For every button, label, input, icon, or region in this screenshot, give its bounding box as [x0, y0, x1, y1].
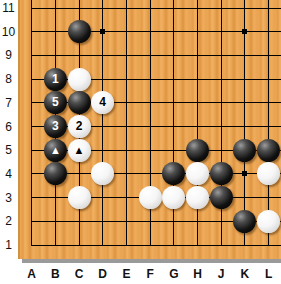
black-stone: 5 — [44, 91, 67, 114]
intersection-C10[interactable] — [67, 20, 91, 44]
intersection-E11[interactable] — [115, 0, 139, 20]
intersection-D5[interactable] — [91, 138, 115, 162]
intersection-K3[interactable] — [233, 186, 257, 210]
intersection-F6[interactable] — [138, 115, 162, 139]
intersection-D9[interactable] — [91, 43, 115, 67]
black-stone — [210, 162, 233, 185]
col-label-A: A — [24, 266, 40, 282]
intersection-L2[interactable] — [257, 209, 281, 233]
intersection-J4[interactable] — [209, 162, 233, 186]
white-stone — [186, 186, 209, 209]
intersection-K4[interactable] — [233, 162, 257, 186]
intersection-H9[interactable] — [186, 43, 210, 67]
row-label-3: 3 — [0, 190, 17, 206]
intersection-J5[interactable] — [209, 138, 233, 162]
intersection-K10[interactable] — [233, 20, 257, 44]
col-label-E: E — [118, 266, 134, 282]
intersection-H4[interactable] — [186, 162, 210, 186]
intersection-D7[interactable]: 4 — [91, 91, 115, 115]
move-number: 3 — [52, 115, 59, 138]
row-label-7: 7 — [0, 95, 17, 111]
intersection-C9[interactable] — [67, 43, 91, 67]
intersection-L10[interactable] — [257, 20, 281, 44]
intersection-E10[interactable] — [115, 20, 139, 44]
intersection-G2[interactable] — [162, 209, 186, 233]
intersection-J11[interactable] — [209, 0, 233, 20]
white-stone — [139, 186, 162, 209]
intersection-D10[interactable] — [91, 20, 115, 44]
intersection-H1[interactable] — [186, 233, 210, 257]
intersection-D6[interactable] — [91, 115, 115, 139]
white-stone — [257, 162, 280, 185]
white-stone — [91, 162, 114, 185]
intersection-E1[interactable] — [115, 233, 139, 257]
intersection-L4[interactable] — [257, 162, 281, 186]
intersection-L9[interactable] — [257, 43, 281, 67]
row-label-11: 11 — [0, 0, 17, 16]
intersection-L8[interactable] — [257, 67, 281, 91]
intersection-G10[interactable] — [162, 20, 186, 44]
intersection-B8[interactable]: 1 — [43, 67, 67, 91]
intersection-A8[interactable] — [20, 67, 44, 91]
col-label-B: B — [47, 266, 63, 282]
white-stone — [162, 186, 185, 209]
black-stone: 1 — [44, 68, 67, 91]
col-label-H: H — [190, 266, 206, 282]
col-label-D: D — [95, 266, 111, 282]
intersection-J9[interactable] — [209, 43, 233, 67]
intersection-H10[interactable] — [186, 20, 210, 44]
intersection-F9[interactable] — [138, 43, 162, 67]
intersection-B7[interactable]: 5 — [43, 91, 67, 115]
white-stone — [68, 186, 91, 209]
intersection-J2[interactable] — [209, 209, 233, 233]
intersection-F11[interactable] — [138, 0, 162, 20]
row-label-4: 4 — [0, 166, 17, 182]
intersection-G6[interactable] — [162, 115, 186, 139]
black-stone — [257, 139, 280, 162]
black-stone — [44, 162, 67, 185]
black-stone — [233, 139, 256, 162]
intersection-J10[interactable] — [209, 20, 233, 44]
move-number: 5 — [52, 91, 59, 114]
black-stone — [68, 91, 91, 114]
intersection-J3[interactable] — [209, 186, 233, 210]
row-label-2: 2 — [0, 213, 17, 229]
intersection-D4[interactable] — [91, 162, 115, 186]
intersection-G4[interactable] — [162, 162, 186, 186]
intersection-C6[interactable]: 2 — [67, 115, 91, 139]
row-label-1: 1 — [0, 237, 17, 253]
intersection-F3[interactable] — [138, 186, 162, 210]
intersection-A6[interactable] — [20, 115, 44, 139]
black-stone — [68, 20, 91, 43]
triangle-mark-icon: ▲ — [50, 139, 61, 162]
intersection-G9[interactable] — [162, 43, 186, 67]
intersection-K8[interactable] — [233, 67, 257, 91]
intersection-D8[interactable] — [91, 67, 115, 91]
black-stone — [186, 139, 209, 162]
intersection-K2[interactable] — [233, 209, 257, 233]
intersection-F5[interactable] — [138, 138, 162, 162]
intersection-H8[interactable] — [186, 67, 210, 91]
intersection-H5[interactable] — [186, 138, 210, 162]
intersection-A11[interactable] — [20, 0, 44, 20]
intersection-K7[interactable] — [233, 91, 257, 115]
intersection-K1[interactable] — [233, 233, 257, 257]
intersection-C7[interactable] — [67, 91, 91, 115]
board-shadow — [22, 259, 281, 263]
row-label-5: 5 — [0, 142, 17, 158]
intersection-K5[interactable] — [233, 138, 257, 162]
col-label-F: F — [142, 266, 158, 282]
intersection-K9[interactable] — [233, 43, 257, 67]
intersection-E5[interactable] — [115, 138, 139, 162]
intersection-F10[interactable] — [138, 20, 162, 44]
intersection-C4[interactable] — [67, 162, 91, 186]
intersection-B4[interactable] — [43, 162, 67, 186]
intersection-J6[interactable] — [209, 115, 233, 139]
intersection-B6[interactable]: 3 — [43, 115, 67, 139]
intersection-E6[interactable] — [115, 115, 139, 139]
intersection-C5[interactable]: ▲ — [67, 138, 91, 162]
intersection-C3[interactable] — [67, 186, 91, 210]
white-stone — [68, 68, 91, 91]
intersection-F2[interactable] — [138, 209, 162, 233]
black-stone: 3 — [44, 115, 67, 138]
intersection-G5[interactable] — [162, 138, 186, 162]
white-stone: 4 — [91, 91, 114, 114]
col-label-L: L — [261, 266, 277, 282]
black-stone — [162, 162, 185, 185]
intersection-G3[interactable] — [162, 186, 186, 210]
row-label-9: 9 — [0, 47, 17, 63]
intersection-E4[interactable] — [115, 162, 139, 186]
intersection-J7[interactable] — [209, 91, 233, 115]
intersection-D3[interactable] — [91, 186, 115, 210]
intersection-A3[interactable] — [20, 186, 44, 210]
intersection-B11[interactable] — [43, 0, 67, 20]
intersection-A9[interactable] — [20, 43, 44, 67]
intersection-L1[interactable] — [257, 233, 281, 257]
move-number: 2 — [76, 115, 83, 138]
intersection-F7[interactable] — [138, 91, 162, 115]
intersection-A2[interactable] — [20, 209, 44, 233]
intersection-L11[interactable] — [257, 0, 281, 20]
intersection-G1[interactable] — [162, 233, 186, 257]
intersection-B1[interactable] — [43, 233, 67, 257]
intersection-F8[interactable] — [138, 67, 162, 91]
intersection-H11[interactable] — [186, 0, 210, 20]
intersection-K6[interactable] — [233, 115, 257, 139]
intersection-C11[interactable] — [67, 0, 91, 20]
intersection-E7[interactable] — [115, 91, 139, 115]
intersection-H3[interactable] — [186, 186, 210, 210]
move-number: 4 — [99, 91, 106, 114]
intersection-C1[interactable] — [67, 233, 91, 257]
go-diagram: 15432▲▲ 1110987654321ABCDEFGHJKL — [0, 0, 281, 284]
black-stone — [210, 186, 233, 209]
intersection-E3[interactable] — [115, 186, 139, 210]
intersection-F1[interactable] — [138, 233, 162, 257]
row-label-8: 8 — [0, 71, 17, 87]
intersection-G8[interactable] — [162, 67, 186, 91]
triangle-mark-icon: ▲ — [74, 139, 85, 162]
intersection-J1[interactable] — [209, 233, 233, 257]
intersection-C2[interactable] — [67, 209, 91, 233]
intersection-D1[interactable] — [91, 233, 115, 257]
intersection-H6[interactable] — [186, 115, 210, 139]
move-number: 1 — [52, 68, 59, 91]
intersection-H2[interactable] — [186, 209, 210, 233]
intersection-A1[interactable] — [20, 233, 44, 257]
col-label-J: J — [213, 266, 229, 282]
intersection-E8[interactable] — [115, 67, 139, 91]
intersection-G7[interactable] — [162, 91, 186, 115]
intersection-L6[interactable] — [257, 115, 281, 139]
intersection-E9[interactable] — [115, 43, 139, 67]
intersection-J8[interactable] — [209, 67, 233, 91]
intersection-B10[interactable] — [43, 20, 67, 44]
white-stone — [186, 162, 209, 185]
intersection-K11[interactable] — [233, 0, 257, 20]
intersection-A5[interactable] — [20, 138, 44, 162]
col-label-C: C — [71, 266, 87, 282]
intersection-B3[interactable] — [43, 186, 67, 210]
intersection-B5[interactable]: ▲ — [43, 138, 67, 162]
intersection-A10[interactable] — [20, 20, 44, 44]
black-stone — [233, 210, 256, 233]
intersection-L5[interactable] — [257, 138, 281, 162]
intersection-B9[interactable] — [43, 43, 67, 67]
white-stone: 2 — [68, 115, 91, 138]
intersection-A7[interactable] — [20, 91, 44, 115]
white-stone — [257, 210, 280, 233]
intersection-C8[interactable] — [67, 67, 91, 91]
intersection-F4[interactable] — [138, 162, 162, 186]
intersection-D11[interactable] — [91, 0, 115, 20]
row-label-10: 10 — [0, 24, 17, 40]
intersection-E2[interactable] — [115, 209, 139, 233]
black-stone: ▲ — [44, 139, 67, 162]
row-label-6: 6 — [0, 119, 17, 135]
col-label-G: G — [166, 266, 182, 282]
white-stone: ▲ — [68, 139, 91, 162]
intersection-G11[interactable] — [162, 0, 186, 20]
intersection-L3[interactable] — [257, 186, 281, 210]
intersection-L7[interactable] — [257, 91, 281, 115]
intersection-B2[interactable] — [43, 209, 67, 233]
intersection-A4[interactable] — [20, 162, 44, 186]
col-label-K: K — [237, 266, 253, 282]
intersection-D2[interactable] — [91, 209, 115, 233]
go-board-grid[interactable]: 15432▲▲ — [20, 0, 281, 257]
intersection-H7[interactable] — [186, 91, 210, 115]
